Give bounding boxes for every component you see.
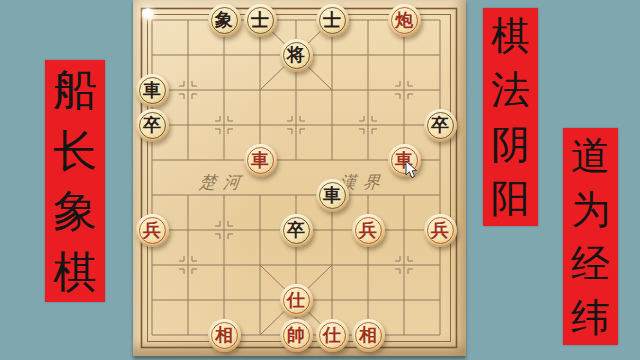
piece-glyph: 兵 xyxy=(359,221,377,239)
banner-char: 法 xyxy=(491,70,530,109)
piece-glyph: 車 xyxy=(251,151,269,169)
piece-red-炮[interactable]: 炮 xyxy=(388,4,421,37)
corner-highlight-dot xyxy=(142,8,154,20)
piece-glyph: 炮 xyxy=(395,11,413,29)
piece-glyph: 士 xyxy=(251,11,269,29)
piece-glyph: 兵 xyxy=(431,221,449,239)
piece-red-相[interactable]: 相 xyxy=(208,319,241,352)
banner-char: 阴 xyxy=(491,125,530,164)
piece-glyph: 車 xyxy=(323,186,341,204)
piece-red-相[interactable]: 相 xyxy=(352,319,385,352)
piece-black-象[interactable]: 象 xyxy=(208,4,241,37)
left-banner: 船 长 象 棋 xyxy=(45,60,105,302)
piece-red-帥[interactable]: 帥 xyxy=(280,319,313,352)
xiangqi-board[interactable]: 楚河 漢界 象士士炮将車卒卒車車車兵卒兵兵仕相帥仕相 xyxy=(133,0,466,356)
banner-char: 船 xyxy=(53,68,97,112)
banner-char: 长 xyxy=(53,129,97,173)
piece-red-車[interactable]: 車 xyxy=(244,144,277,177)
banner-char: 经 xyxy=(571,244,610,283)
banner-char: 棋 xyxy=(491,16,530,55)
mouse-cursor xyxy=(405,160,418,179)
banner-char: 棋 xyxy=(53,250,97,294)
piece-glyph: 卒 xyxy=(143,116,161,134)
banner-char: 道 xyxy=(571,136,610,175)
piece-black-卒[interactable]: 卒 xyxy=(280,214,313,247)
piece-glyph: 車 xyxy=(143,81,161,99)
piece-black-将[interactable]: 将 xyxy=(280,39,313,72)
piece-black-士[interactable]: 士 xyxy=(244,4,277,37)
piece-glyph: 将 xyxy=(287,46,305,64)
piece-glyph: 相 xyxy=(359,326,377,344)
piece-black-卒[interactable]: 卒 xyxy=(424,109,457,142)
banner-char: 纬 xyxy=(571,298,610,337)
piece-glyph: 相 xyxy=(215,326,233,344)
piece-glyph: 兵 xyxy=(143,221,161,239)
piece-black-車[interactable]: 車 xyxy=(136,74,169,107)
piece-black-車[interactable]: 車 xyxy=(316,179,349,212)
piece-glyph: 帥 xyxy=(287,326,305,344)
piece-glyph: 象 xyxy=(215,11,233,29)
piece-red-仕[interactable]: 仕 xyxy=(280,284,313,317)
right-banner-outer: 道 为 经 纬 xyxy=(563,128,618,345)
piece-glyph: 仕 xyxy=(323,326,341,344)
piece-red-兵[interactable]: 兵 xyxy=(352,214,385,247)
piece-red-兵[interactable]: 兵 xyxy=(136,214,169,247)
piece-red-兵[interactable]: 兵 xyxy=(424,214,457,247)
banner-char: 阳 xyxy=(491,179,530,218)
screenshot-root: 船 长 象 棋 楚河 漢界 象士士炮将車卒卒車車車兵卒兵兵仕相帥仕相 棋 法 阴… xyxy=(0,0,640,360)
piece-glyph: 卒 xyxy=(287,221,305,239)
piece-black-士[interactable]: 士 xyxy=(316,4,349,37)
banner-char: 为 xyxy=(571,190,610,229)
banner-char: 象 xyxy=(53,189,97,233)
piece-glyph: 仕 xyxy=(287,291,305,309)
piece-black-卒[interactable]: 卒 xyxy=(136,109,169,142)
piece-red-仕[interactable]: 仕 xyxy=(316,319,349,352)
piece-glyph: 士 xyxy=(323,11,341,29)
right-banner-inner: 棋 法 阴 阳 xyxy=(483,8,538,226)
piece-glyph: 卒 xyxy=(431,116,449,134)
river-label-chuhe: 楚河 xyxy=(198,171,248,194)
